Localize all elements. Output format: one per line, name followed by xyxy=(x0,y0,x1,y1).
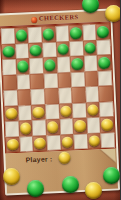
board-square[interactable] xyxy=(44,73,58,89)
board-square[interactable] xyxy=(74,133,88,149)
board-square[interactable] xyxy=(5,121,19,137)
checkers-board[interactable] xyxy=(0,23,116,154)
board-square[interactable] xyxy=(31,104,45,120)
yellow-piece[interactable] xyxy=(101,119,113,131)
board-square[interactable] xyxy=(83,40,97,56)
board-square[interactable] xyxy=(56,41,70,57)
turn-indicator-piece xyxy=(58,152,71,165)
board-square[interactable] xyxy=(86,102,100,118)
board-square[interactable] xyxy=(46,134,60,150)
board-square[interactable] xyxy=(42,42,56,58)
board-square[interactable] xyxy=(60,134,74,150)
game-screen: CHECKERS Player : xyxy=(0,0,120,200)
board-square[interactable] xyxy=(28,27,42,43)
board-square[interactable] xyxy=(73,118,87,134)
board-square[interactable] xyxy=(16,74,30,90)
board-square[interactable] xyxy=(96,24,110,40)
paper-corner-decoration xyxy=(100,148,116,163)
board-square[interactable] xyxy=(30,73,44,89)
green-piece[interactable] xyxy=(44,59,56,71)
green-piece[interactable] xyxy=(70,27,82,39)
board-square[interactable] xyxy=(55,25,69,41)
board-square[interactable] xyxy=(18,105,32,121)
board-square[interactable] xyxy=(43,57,57,73)
yellow-piece[interactable] xyxy=(61,136,73,148)
board-square[interactable] xyxy=(101,132,115,148)
board-square[interactable] xyxy=(84,71,98,87)
board-square[interactable] xyxy=(33,135,47,151)
yellow-piece[interactable] xyxy=(87,104,99,116)
green-piece[interactable] xyxy=(84,42,96,54)
yellow-piece[interactable] xyxy=(47,121,59,133)
scattered-green-piece xyxy=(62,176,79,193)
board-square[interactable] xyxy=(4,105,18,121)
board-square[interactable] xyxy=(31,89,45,105)
yellow-piece[interactable] xyxy=(88,135,100,147)
board-square[interactable] xyxy=(84,55,98,71)
board-square[interactable] xyxy=(69,25,83,41)
app-title: CHECKERS xyxy=(39,14,79,22)
board-square[interactable] xyxy=(44,88,58,104)
board-square[interactable] xyxy=(46,119,60,135)
yellow-piece[interactable] xyxy=(20,122,32,134)
board-square[interactable] xyxy=(82,24,96,40)
board-square[interactable] xyxy=(19,136,33,152)
board-square[interactable] xyxy=(14,27,28,43)
checkers-logo-icon xyxy=(31,16,37,22)
board-square[interactable] xyxy=(97,39,111,55)
scattered-green-piece xyxy=(103,167,120,184)
board-square[interactable] xyxy=(6,136,20,152)
scattered-yellow-piece xyxy=(105,5,121,22)
board-square[interactable] xyxy=(85,86,99,102)
board-square[interactable] xyxy=(45,103,59,119)
green-piece[interactable] xyxy=(15,29,27,41)
board-square[interactable] xyxy=(17,89,31,105)
board-square[interactable] xyxy=(59,118,73,134)
board-square[interactable] xyxy=(56,56,70,72)
green-piece[interactable] xyxy=(2,45,14,57)
board-square[interactable] xyxy=(41,26,55,42)
board-square[interactable] xyxy=(57,72,71,88)
board-square[interactable] xyxy=(1,43,15,59)
board-square[interactable] xyxy=(2,59,16,75)
scattered-yellow-piece xyxy=(85,182,102,199)
green-piece[interactable] xyxy=(97,26,109,38)
board-square[interactable] xyxy=(59,103,73,119)
board-square[interactable] xyxy=(16,58,30,74)
yellow-piece[interactable] xyxy=(74,120,86,132)
player-label: Player : xyxy=(25,155,52,163)
yellow-piece[interactable] xyxy=(7,138,19,150)
green-piece[interactable] xyxy=(57,43,69,55)
yellow-piece[interactable] xyxy=(32,106,44,118)
yellow-piece[interactable] xyxy=(5,107,17,119)
board-square[interactable] xyxy=(86,117,100,133)
green-piece[interactable] xyxy=(98,57,110,69)
board-square[interactable] xyxy=(58,87,72,103)
board-square[interactable] xyxy=(87,133,101,149)
green-piece[interactable] xyxy=(17,60,29,72)
green-piece[interactable] xyxy=(30,44,42,56)
board-square[interactable] xyxy=(72,102,86,118)
board-square[interactable] xyxy=(98,70,112,86)
yellow-piece[interactable] xyxy=(60,105,72,117)
board-panel: CHECKERS Player : xyxy=(0,8,120,195)
scattered-yellow-piece xyxy=(3,168,20,185)
board-square[interactable] xyxy=(32,120,46,136)
green-piece[interactable] xyxy=(71,58,83,70)
scattered-green-piece xyxy=(82,0,99,13)
board-square[interactable] xyxy=(15,43,29,59)
board-square[interactable] xyxy=(97,55,111,71)
board-square[interactable] xyxy=(99,101,113,117)
board-square[interactable] xyxy=(3,90,17,106)
board-square[interactable] xyxy=(69,40,83,56)
board-square[interactable] xyxy=(1,28,15,44)
board-square[interactable] xyxy=(29,58,43,74)
board-square[interactable] xyxy=(70,56,84,72)
board-square[interactable] xyxy=(18,120,32,136)
board-square[interactable] xyxy=(71,71,85,87)
board-square[interactable] xyxy=(71,87,85,103)
scattered-green-piece xyxy=(27,180,44,197)
yellow-piece[interactable] xyxy=(34,137,46,149)
green-piece[interactable] xyxy=(43,28,55,40)
board-square[interactable] xyxy=(29,42,43,58)
board-square[interactable] xyxy=(3,74,17,90)
board-square[interactable] xyxy=(99,86,113,102)
board-square[interactable] xyxy=(100,117,114,133)
